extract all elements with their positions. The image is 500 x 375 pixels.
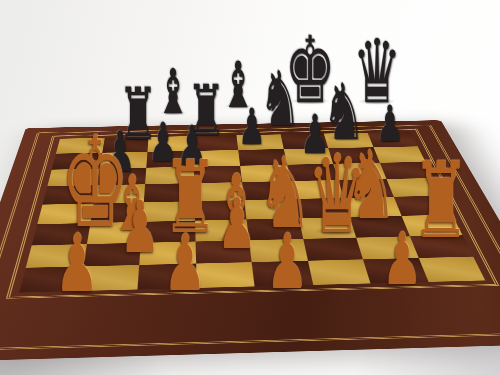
piece-white-pawn-e3[interactable]: ♟	[266, 224, 308, 300]
piece-white-pawn-b4[interactable]: ♟	[120, 191, 160, 263]
piece-white-pawn-d4[interactable]: ♟	[218, 189, 257, 259]
chess-photo-scene: ♚♛♝♝♜♜♞♞♟♟♟♟♟♟♚♛♝♝♜♜♞♞♟♟♟♟♟♟	[0, 0, 500, 375]
pieces-layer: ♚♛♝♝♜♜♞♞♟♟♟♟♟♟♚♛♝♝♜♜♞♞♟♟♟♟♟♟	[0, 0, 500, 375]
piece-white-pawn-g3[interactable]: ♟	[382, 223, 422, 295]
piece-white-pawn-a3[interactable]: ♟	[55, 224, 99, 304]
piece-white-pawn-c3[interactable]: ♟	[163, 224, 206, 302]
piece-white-queen-f5[interactable]: ♛	[307, 141, 367, 249]
